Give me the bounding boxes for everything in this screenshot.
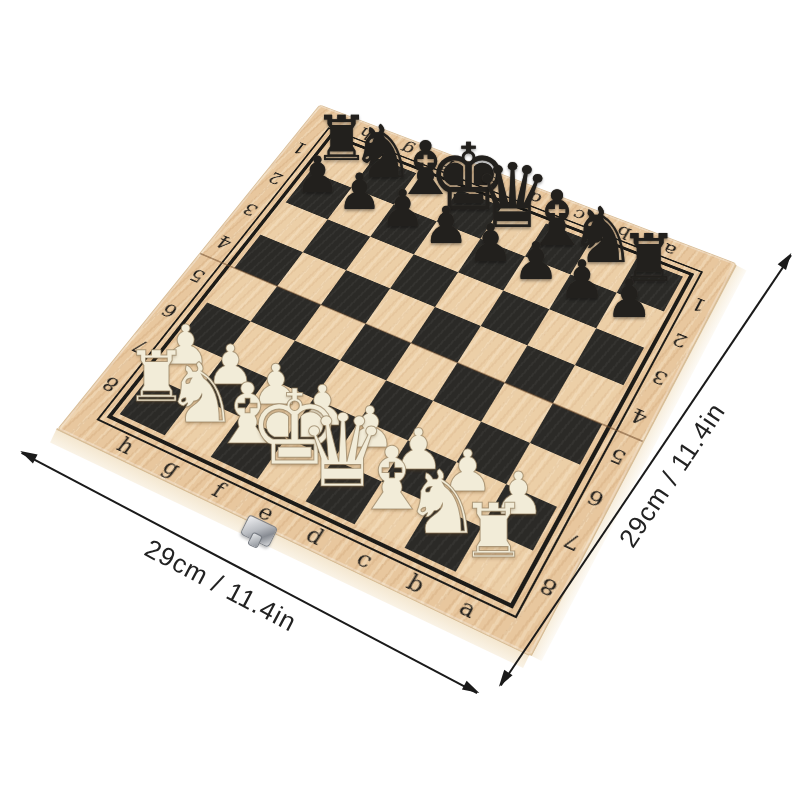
arrowhead-icon	[778, 250, 796, 270]
label-file-f-bottom-left: f	[208, 480, 228, 501]
board-frame-outer-line	[96, 127, 703, 618]
label-rank-3-bottom-right: 3	[649, 366, 671, 387]
label-file-h-top-right: h	[356, 125, 377, 142]
label-rank-5-bottom-right: 5	[607, 444, 630, 467]
label-file-d-bottom-left: d	[302, 524, 328, 549]
label-file-g-bottom-left: g	[158, 456, 184, 479]
label-rank-6-bottom-right: 6	[584, 486, 607, 510]
product-photo: 1234567812345678hgfedcbahgfedcba ♜♞♝♛♚♝♞…	[0, 0, 800, 800]
label-file-a-top-right: a	[660, 240, 680, 259]
label-file-e-top-right: e	[482, 173, 502, 190]
label-file-c-bottom-left: c	[353, 548, 377, 573]
arrowhead-icon	[462, 681, 482, 698]
chess-board: 1234567812345678hgfedcbahgfedcba	[57, 104, 737, 656]
label-file-f-top-right: f	[441, 157, 457, 172]
label-file-d-top-right: d	[525, 189, 546, 207]
label-rank-4-bottom-right: 4	[628, 405, 650, 427]
label-rank-7-bottom-right: 7	[561, 529, 585, 554]
label-file-a-bottom-left: a	[455, 596, 480, 622]
label-file-c-top-right: c	[570, 206, 589, 224]
label-file-g-top-right: g	[397, 140, 418, 157]
arrowhead-icon	[495, 670, 513, 690]
label-file-h-bottom-left: h	[113, 435, 139, 458]
label-rank-2-bottom-right: 2	[669, 330, 690, 351]
label-file-b-top-right: b	[614, 223, 634, 242]
label-rank-1-bottom-right: 1	[689, 294, 710, 314]
clasp-pin	[247, 532, 263, 549]
label-file-b-bottom-left: b	[403, 571, 429, 597]
label-rank-8-bottom-right: 8	[537, 573, 562, 599]
arrowhead-icon	[18, 447, 38, 464]
